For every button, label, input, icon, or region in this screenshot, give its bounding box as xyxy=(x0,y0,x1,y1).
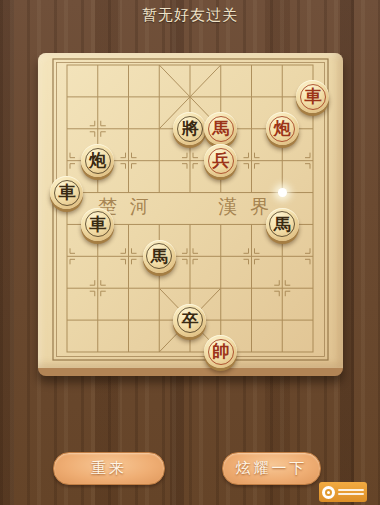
watermark-logo-icon xyxy=(322,486,335,499)
piece-red-general[interactable]: 帥 xyxy=(204,335,237,368)
piece-black-horse[interactable]: 馬 xyxy=(143,240,176,273)
watermark-text xyxy=(338,487,364,497)
piece-glyph: 車 xyxy=(50,176,83,209)
piece-red-cannon[interactable]: 炮 xyxy=(266,112,299,145)
watermark-badge xyxy=(319,482,367,502)
restart-button[interactable]: 重来 xyxy=(53,452,165,485)
piece-black-chariot[interactable]: 車 xyxy=(50,176,83,209)
piece-black-cannon[interactable]: 炮 xyxy=(81,144,114,177)
xiangqi-board[interactable]: 楚河 漢界 車將馬炮炮兵車車馬馬卒帥 xyxy=(38,53,343,376)
piece-red-soldier[interactable]: 兵 xyxy=(204,144,237,177)
show-off-button[interactable]: 炫耀一下 xyxy=(222,452,321,485)
piece-glyph: 馬 xyxy=(266,208,299,241)
page-title: 暂无好友过关 xyxy=(0,6,380,25)
highlight-dot xyxy=(278,188,287,197)
piece-glyph: 兵 xyxy=(204,144,237,177)
piece-red-chariot[interactable]: 車 xyxy=(296,80,329,113)
piece-glyph: 馬 xyxy=(143,240,176,273)
piece-black-soldier[interactable]: 卒 xyxy=(173,304,206,337)
pieces-grid: 車將馬炮炮兵車車馬馬卒帥 xyxy=(52,49,329,368)
piece-black-general[interactable]: 將 xyxy=(173,112,206,145)
piece-red-horse[interactable]: 馬 xyxy=(204,112,237,145)
piece-glyph: 車 xyxy=(81,208,114,241)
piece-glyph: 車 xyxy=(296,80,329,113)
piece-glyph: 馬 xyxy=(204,112,237,145)
piece-glyph: 將 xyxy=(173,112,206,145)
piece-glyph: 帥 xyxy=(204,335,237,368)
piece-black-chariot[interactable]: 車 xyxy=(81,208,114,241)
piece-glyph: 卒 xyxy=(173,304,206,337)
piece-black-horse[interactable]: 馬 xyxy=(266,208,299,241)
piece-glyph: 炮 xyxy=(81,144,114,177)
piece-glyph: 炮 xyxy=(266,112,299,145)
